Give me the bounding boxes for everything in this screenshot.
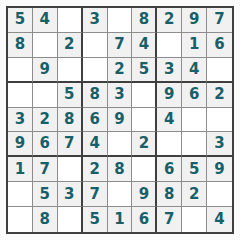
cell-r1c5[interactable] [108,8,133,33]
cell-r6c9[interactable]: 3 [207,132,232,157]
cell-r7c1[interactable]: 1 [8,157,33,182]
cell-r9c5[interactable]: 1 [108,207,133,232]
cell-r3c8[interactable]: 4 [182,58,207,83]
cell-r1c2[interactable]: 4 [33,8,58,33]
cell-r3c9[interactable] [207,58,232,83]
cell-r9c2[interactable]: 8 [33,207,58,232]
cell-r9c6[interactable]: 6 [132,207,157,232]
cell-r2c7[interactable] [157,33,182,58]
cell-r6c2[interactable]: 6 [33,132,58,157]
cell-r4c8[interactable]: 6 [182,83,207,108]
cell-r2c2[interactable] [33,33,58,58]
cell-r8c7[interactable]: 8 [157,182,182,207]
cell-r3c7[interactable]: 3 [157,58,182,83]
cell-r2c1[interactable]: 8 [8,33,33,58]
cell-r8c4[interactable]: 7 [83,182,108,207]
cell-r8c2[interactable]: 5 [33,182,58,207]
cell-r5c5[interactable]: 9 [108,108,133,133]
cell-r9c7[interactable]: 7 [157,207,182,232]
cell-r5c9[interactable] [207,108,232,133]
cell-r3c1[interactable] [8,58,33,83]
cell-r4c2[interactable] [33,83,58,108]
cell-r6c4[interactable]: 4 [83,132,108,157]
cell-r7c5[interactable]: 8 [108,157,133,182]
cell-r3c2[interactable]: 9 [33,58,58,83]
cell-r9c4[interactable]: 5 [83,207,108,232]
cell-r9c3[interactable] [58,207,83,232]
cell-r6c3[interactable]: 7 [58,132,83,157]
cell-r6c1[interactable]: 9 [8,132,33,157]
cell-r6c7[interactable] [157,132,182,157]
cell-r3c5[interactable]: 2 [108,58,133,83]
cell-r1c8[interactable]: 9 [182,8,207,33]
cell-r7c8[interactable]: 5 [182,157,207,182]
cell-r2c4[interactable] [83,33,108,58]
cell-r8c5[interactable] [108,182,133,207]
cell-r4c1[interactable] [8,83,33,108]
cell-r2c5[interactable]: 7 [108,33,133,58]
cell-r4c4[interactable]: 8 [83,83,108,108]
cell-r5c8[interactable] [182,108,207,133]
sudoku-board: 5438297827416925345839623286949674231728… [6,6,234,234]
cell-r9c1[interactable] [8,207,33,232]
cell-r8c1[interactable] [8,182,33,207]
cell-r4c3[interactable]: 5 [58,83,83,108]
cell-r7c6[interactable] [132,157,157,182]
cell-r7c2[interactable]: 7 [33,157,58,182]
cell-r8c3[interactable]: 3 [58,182,83,207]
cell-r5c2[interactable]: 2 [33,108,58,133]
cell-r1c1[interactable]: 5 [8,8,33,33]
cell-r1c6[interactable]: 8 [132,8,157,33]
cell-r8c6[interactable]: 9 [132,182,157,207]
cell-r5c3[interactable]: 8 [58,108,83,133]
cell-r5c4[interactable]: 6 [83,108,108,133]
cell-r1c4[interactable]: 3 [83,8,108,33]
cell-r8c9[interactable] [207,182,232,207]
cell-r7c9[interactable]: 9 [207,157,232,182]
cell-r4c7[interactable]: 9 [157,83,182,108]
cell-r7c4[interactable]: 2 [83,157,108,182]
cell-r6c6[interactable]: 2 [132,132,157,157]
cell-r2c6[interactable]: 4 [132,33,157,58]
cell-r1c9[interactable]: 7 [207,8,232,33]
cell-r1c7[interactable]: 2 [157,8,182,33]
cell-r2c9[interactable]: 6 [207,33,232,58]
cell-r1c3[interactable] [58,8,83,33]
cell-r9c8[interactable] [182,207,207,232]
cell-r3c3[interactable] [58,58,83,83]
cell-r5c6[interactable] [132,108,157,133]
cell-r2c3[interactable]: 2 [58,33,83,58]
cell-r8c8[interactable]: 2 [182,182,207,207]
cell-r3c4[interactable] [83,58,108,83]
cell-r4c6[interactable] [132,83,157,108]
cell-r7c7[interactable]: 6 [157,157,182,182]
cell-r2c8[interactable]: 1 [182,33,207,58]
cell-r7c3[interactable] [58,157,83,182]
cell-r6c8[interactable] [182,132,207,157]
cell-r9c9[interactable]: 4 [207,207,232,232]
cell-r4c9[interactable]: 2 [207,83,232,108]
cell-r5c1[interactable]: 3 [8,108,33,133]
cell-r3c6[interactable]: 5 [132,58,157,83]
cell-r4c5[interactable]: 3 [108,83,133,108]
cell-r5c7[interactable]: 4 [157,108,182,133]
cell-r6c5[interactable] [108,132,133,157]
